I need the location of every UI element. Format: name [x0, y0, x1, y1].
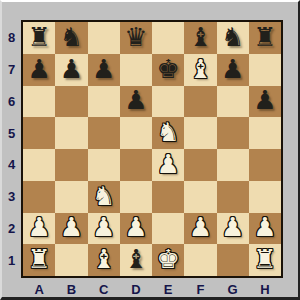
square-d7[interactable] [120, 54, 152, 86]
black-bishop: ♝ [189, 24, 212, 50]
rank-label-7: 7 [2, 54, 21, 86]
square-g1[interactable] [217, 244, 249, 276]
white-pawn: ♟ [221, 214, 244, 240]
square-g2[interactable]: ♟ [217, 213, 249, 245]
square-b1[interactable] [55, 244, 87, 276]
black-pawn: ♟ [221, 56, 244, 82]
square-e8[interactable] [152, 22, 184, 54]
rank-label-8: 8 [2, 22, 21, 54]
white-knight: ♞ [156, 119, 179, 145]
square-g4[interactable] [217, 149, 249, 181]
square-e3[interactable] [152, 181, 184, 213]
rank-label-1: 1 [2, 244, 21, 276]
square-h7[interactable] [249, 54, 281, 86]
square-g6[interactable] [217, 86, 249, 118]
square-h4[interactable] [249, 149, 281, 181]
file-label-a: A [23, 280, 55, 298]
white-rook: ♜ [27, 246, 50, 272]
square-f3[interactable] [184, 181, 216, 213]
black-rook: ♜ [253, 24, 276, 50]
square-g7[interactable]: ♟ [217, 54, 249, 86]
square-g5[interactable] [217, 117, 249, 149]
rank-label-5: 5 [2, 117, 21, 149]
square-c1[interactable]: ♝ [88, 244, 120, 276]
square-f8[interactable]: ♝ [184, 22, 216, 54]
square-e5[interactable]: ♞ [152, 117, 184, 149]
square-f7[interactable]: ♝ [184, 54, 216, 86]
square-a2[interactable]: ♟ [23, 213, 55, 245]
square-d3[interactable] [120, 181, 152, 213]
black-pawn: ♟ [253, 87, 276, 113]
black-pawn: ♟ [124, 87, 147, 113]
square-a5[interactable] [23, 117, 55, 149]
white-pawn: ♟ [60, 214, 83, 240]
square-f2[interactable]: ♟ [184, 213, 216, 245]
square-b2[interactable]: ♟ [55, 213, 87, 245]
square-e6[interactable] [152, 86, 184, 118]
white-bishop: ♝ [92, 246, 115, 272]
square-a4[interactable] [23, 149, 55, 181]
square-a7[interactable]: ♟ [23, 54, 55, 86]
square-a3[interactable] [23, 181, 55, 213]
square-b4[interactable] [55, 149, 87, 181]
square-d6[interactable]: ♟ [120, 86, 152, 118]
square-f4[interactable] [184, 149, 216, 181]
square-g3[interactable] [217, 181, 249, 213]
file-label-b: B [55, 280, 87, 298]
square-h1[interactable]: ♜ [249, 244, 281, 276]
square-c5[interactable] [88, 117, 120, 149]
file-labels: ABCDEFGH [23, 280, 281, 298]
rank-label-6: 6 [2, 86, 21, 118]
square-b3[interactable] [55, 181, 87, 213]
black-bishop: ♝ [124, 246, 147, 272]
black-pawn: ♟ [92, 56, 115, 82]
square-d5[interactable] [120, 117, 152, 149]
square-c4[interactable] [88, 149, 120, 181]
chess-diagram: 87654321 ♜♞♛♝♞♜♟♟♟♚♝♟♟♟♞♟♞♟♟♟♟♟♟♟♜♝♝♚♜ A… [0, 0, 300, 300]
square-f5[interactable] [184, 117, 216, 149]
file-label-c: C [88, 280, 120, 298]
file-label-d: D [120, 280, 152, 298]
square-d4[interactable] [120, 149, 152, 181]
square-f6[interactable] [184, 86, 216, 118]
square-c6[interactable] [88, 86, 120, 118]
file-label-g: G [217, 280, 249, 298]
square-b7[interactable]: ♟ [55, 54, 87, 86]
square-e2[interactable] [152, 213, 184, 245]
black-pawn: ♟ [60, 56, 83, 82]
file-label-h: H [249, 280, 281, 298]
black-king: ♚ [156, 56, 179, 82]
rank-labels: 87654321 [2, 22, 21, 276]
rank-label-2: 2 [2, 213, 21, 245]
rank-label-3: 3 [2, 181, 21, 213]
white-rook: ♜ [253, 246, 276, 272]
square-h5[interactable] [249, 117, 281, 149]
square-h3[interactable] [249, 181, 281, 213]
chess-board: ♜♞♛♝♞♜♟♟♟♚♝♟♟♟♞♟♞♟♟♟♟♟♟♟♜♝♝♚♜ [21, 20, 283, 278]
square-d8[interactable]: ♛ [120, 22, 152, 54]
white-king: ♚ [156, 246, 179, 272]
black-pawn: ♟ [27, 56, 50, 82]
square-e1[interactable]: ♚ [152, 244, 184, 276]
square-h8[interactable]: ♜ [249, 22, 281, 54]
square-g8[interactable]: ♞ [217, 22, 249, 54]
white-knight: ♞ [92, 183, 115, 209]
square-c8[interactable] [88, 22, 120, 54]
white-pawn: ♟ [92, 214, 115, 240]
square-e4[interactable]: ♟ [152, 149, 184, 181]
rank-label-4: 4 [2, 149, 21, 181]
square-d2[interactable]: ♟ [120, 213, 152, 245]
square-a6[interactable] [23, 86, 55, 118]
white-pawn: ♟ [156, 151, 179, 177]
square-b8[interactable]: ♞ [55, 22, 87, 54]
white-pawn: ♟ [27, 214, 50, 240]
square-d1[interactable]: ♝ [120, 244, 152, 276]
white-bishop: ♝ [189, 56, 212, 82]
square-b6[interactable] [55, 86, 87, 118]
white-pawn: ♟ [124, 214, 147, 240]
square-h2[interactable]: ♟ [249, 213, 281, 245]
square-e7[interactable]: ♚ [152, 54, 184, 86]
file-label-f: F [184, 280, 216, 298]
square-c3[interactable]: ♞ [88, 181, 120, 213]
square-a8[interactable]: ♜ [23, 22, 55, 54]
file-label-e: E [152, 280, 184, 298]
white-pawn: ♟ [253, 214, 276, 240]
square-c2[interactable]: ♟ [88, 213, 120, 245]
square-a1[interactable]: ♜ [23, 244, 55, 276]
square-c7[interactable]: ♟ [88, 54, 120, 86]
white-pawn: ♟ [189, 214, 212, 240]
black-knight: ♞ [221, 24, 244, 50]
square-h6[interactable]: ♟ [249, 86, 281, 118]
black-queen: ♛ [124, 24, 147, 50]
square-b5[interactable] [55, 117, 87, 149]
black-rook: ♜ [27, 24, 50, 50]
square-f1[interactable] [184, 244, 216, 276]
black-knight: ♞ [60, 24, 83, 50]
